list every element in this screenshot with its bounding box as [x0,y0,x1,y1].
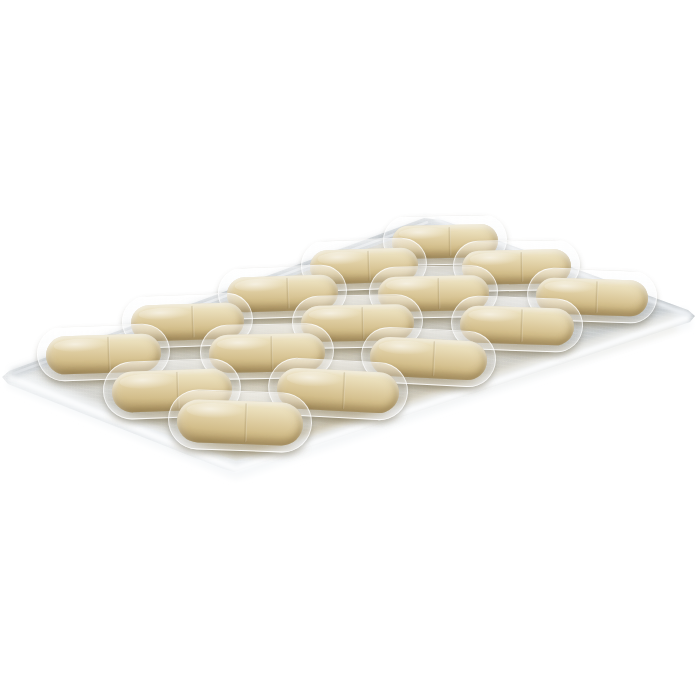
capsule-seam [270,336,274,370]
capsule-highlight [234,278,285,292]
capsule-seam [595,281,599,313]
capsule-highlight [217,337,271,352]
capsule-seam [243,403,247,442]
capsule-highlight [186,402,244,419]
capsule-seam [106,337,110,371]
capsule-highlight [308,307,360,321]
capsule-seam [190,306,194,338]
capsule-seam [285,277,289,309]
capsule-layer [0,0,700,700]
capsule-seam [436,277,440,309]
capsule [176,398,303,445]
capsule-seam [341,372,346,409]
capsule-highlight [468,307,521,322]
product-photo [0,0,700,700]
capsule-highlight [138,306,190,321]
capsule-highlight [469,252,519,265]
capsule-highlight [385,278,436,291]
capsule-body [176,398,303,445]
capsule-highlight [317,251,367,265]
capsule-seam [520,308,524,341]
capsule-seam [519,252,523,283]
capsule-seam [448,226,452,256]
capsule-highlight [378,339,432,356]
capsule-highlight [544,280,596,295]
capsule-highlight [120,372,176,389]
capsule-highlight [286,370,343,388]
capsule-seam [367,250,371,281]
capsule-highlight [53,338,106,354]
capsule-seam [360,307,364,339]
